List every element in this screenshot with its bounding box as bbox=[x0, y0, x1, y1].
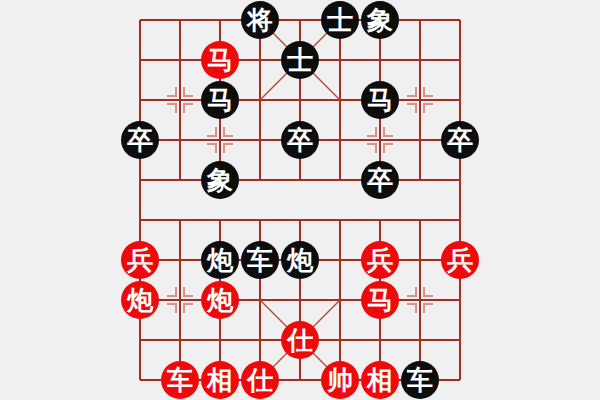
piece-black-advisor[interactable]: 士 bbox=[281, 41, 319, 79]
piece-black-chariot[interactable]: 车 bbox=[241, 241, 279, 279]
piece-black-general[interactable]: 将 bbox=[241, 1, 279, 39]
piece-red-elephant[interactable]: 相 bbox=[201, 361, 239, 399]
piece-black-horse[interactable]: 马 bbox=[361, 81, 399, 119]
piece-red-elephant[interactable]: 相 bbox=[361, 361, 399, 399]
piece-red-horse[interactable]: 马 bbox=[201, 41, 239, 79]
piece-red-cannon[interactable]: 炮 bbox=[121, 281, 159, 319]
piece-red-chariot[interactable]: 车 bbox=[161, 361, 199, 399]
piece-black-pawn[interactable]: 卒 bbox=[441, 121, 479, 159]
piece-black-cannon[interactable]: 炮 bbox=[281, 241, 319, 279]
piece-layer: 将士象士马马马卒卒卒象卒兵炮车炮兵兵炮炮马仕车相仕帅相车 bbox=[120, 0, 480, 400]
piece-red-advisor[interactable]: 仕 bbox=[241, 361, 279, 399]
piece-red-general[interactable]: 帅 bbox=[321, 361, 359, 399]
xiangqi-board: 将士象士马马马卒卒卒象卒兵炮车炮兵兵炮炮马仕车相仕帅相车 bbox=[0, 0, 600, 400]
piece-red-cannon[interactable]: 炮 bbox=[201, 281, 239, 319]
piece-red-horse[interactable]: 马 bbox=[361, 281, 399, 319]
piece-black-elephant[interactable]: 象 bbox=[201, 161, 239, 199]
piece-black-chariot[interactable]: 车 bbox=[401, 361, 439, 399]
piece-red-pawn[interactable]: 兵 bbox=[121, 241, 159, 279]
piece-black-advisor[interactable]: 士 bbox=[321, 1, 359, 39]
piece-red-pawn[interactable]: 兵 bbox=[361, 241, 399, 279]
piece-black-horse[interactable]: 马 bbox=[201, 81, 239, 119]
piece-red-advisor[interactable]: 仕 bbox=[281, 321, 319, 359]
piece-red-pawn[interactable]: 兵 bbox=[441, 241, 479, 279]
piece-black-pawn[interactable]: 卒 bbox=[361, 161, 399, 199]
piece-black-pawn[interactable]: 卒 bbox=[281, 121, 319, 159]
piece-black-cannon[interactable]: 炮 bbox=[201, 241, 239, 279]
piece-black-elephant[interactable]: 象 bbox=[361, 1, 399, 39]
piece-black-pawn[interactable]: 卒 bbox=[121, 121, 159, 159]
